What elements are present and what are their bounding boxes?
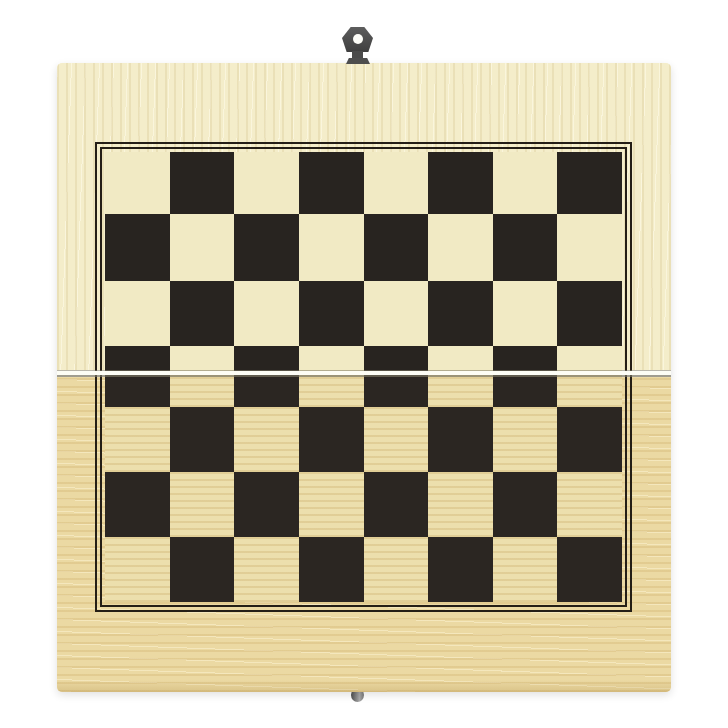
clasp-latch: [340, 26, 376, 66]
square-g6: [493, 281, 558, 346]
fold-seam: [57, 370, 671, 377]
square-d3: [299, 407, 364, 472]
square-b4: [170, 372, 235, 407]
square-a7: [105, 214, 170, 281]
wooden-chess-box: [57, 63, 671, 692]
square-a4: [105, 372, 170, 407]
square-f8: [428, 152, 493, 214]
square-g3: [493, 407, 558, 472]
square-b7: [170, 214, 235, 281]
clasp-neck: [352, 51, 363, 59]
square-a6: [105, 281, 170, 346]
square-d4: [299, 372, 364, 407]
square-b5: [170, 346, 235, 372]
square-c2: [234, 472, 299, 537]
square-h7: [557, 214, 622, 281]
square-h6: [557, 281, 622, 346]
square-b6: [170, 281, 235, 346]
square-g5: [493, 346, 558, 372]
square-g1: [493, 537, 558, 602]
square-a2: [105, 472, 170, 537]
square-d6: [299, 281, 364, 346]
square-c5: [234, 346, 299, 372]
square-f1: [428, 537, 493, 602]
square-h3: [557, 407, 622, 472]
square-b1: [170, 537, 235, 602]
square-b3: [170, 407, 235, 472]
square-g8: [493, 152, 558, 214]
square-c6: [234, 281, 299, 346]
clasp-foot: [346, 58, 370, 64]
board-inner-frame: [100, 147, 627, 607]
square-g7: [493, 214, 558, 281]
square-f2: [428, 472, 493, 537]
square-g4: [493, 372, 558, 407]
square-e5: [364, 346, 429, 372]
square-d1: [299, 537, 364, 602]
square-b2: [170, 472, 235, 537]
square-a1: [105, 537, 170, 602]
square-a5: [105, 346, 170, 372]
square-c8: [234, 152, 299, 214]
square-h1: [557, 537, 622, 602]
square-h8: [557, 152, 622, 214]
square-f6: [428, 281, 493, 346]
square-g2: [493, 472, 558, 537]
square-c3: [234, 407, 299, 472]
square-a8: [105, 152, 170, 214]
square-d7: [299, 214, 364, 281]
board-outer-frame: [95, 142, 632, 612]
square-h4: [557, 372, 622, 407]
square-d8: [299, 152, 364, 214]
square-b8: [170, 152, 235, 214]
clasp-eyelet-hole: [353, 34, 363, 44]
square-f4: [428, 372, 493, 407]
square-d2: [299, 472, 364, 537]
square-h5: [557, 346, 622, 372]
square-a3: [105, 407, 170, 472]
square-h2: [557, 472, 622, 537]
square-d5: [299, 346, 364, 372]
square-f3: [428, 407, 493, 472]
chess-board: [105, 152, 622, 602]
square-e4: [364, 372, 429, 407]
square-e6: [364, 281, 429, 346]
square-e2: [364, 472, 429, 537]
square-e3: [364, 407, 429, 472]
box-bottom-edge-shading: [57, 680, 671, 692]
square-e7: [364, 214, 429, 281]
square-c4: [234, 372, 299, 407]
square-e8: [364, 152, 429, 214]
square-f5: [428, 346, 493, 372]
chess-box-photo: [0, 0, 728, 728]
square-c7: [234, 214, 299, 281]
square-c1: [234, 537, 299, 602]
square-e1: [364, 537, 429, 602]
square-f7: [428, 214, 493, 281]
